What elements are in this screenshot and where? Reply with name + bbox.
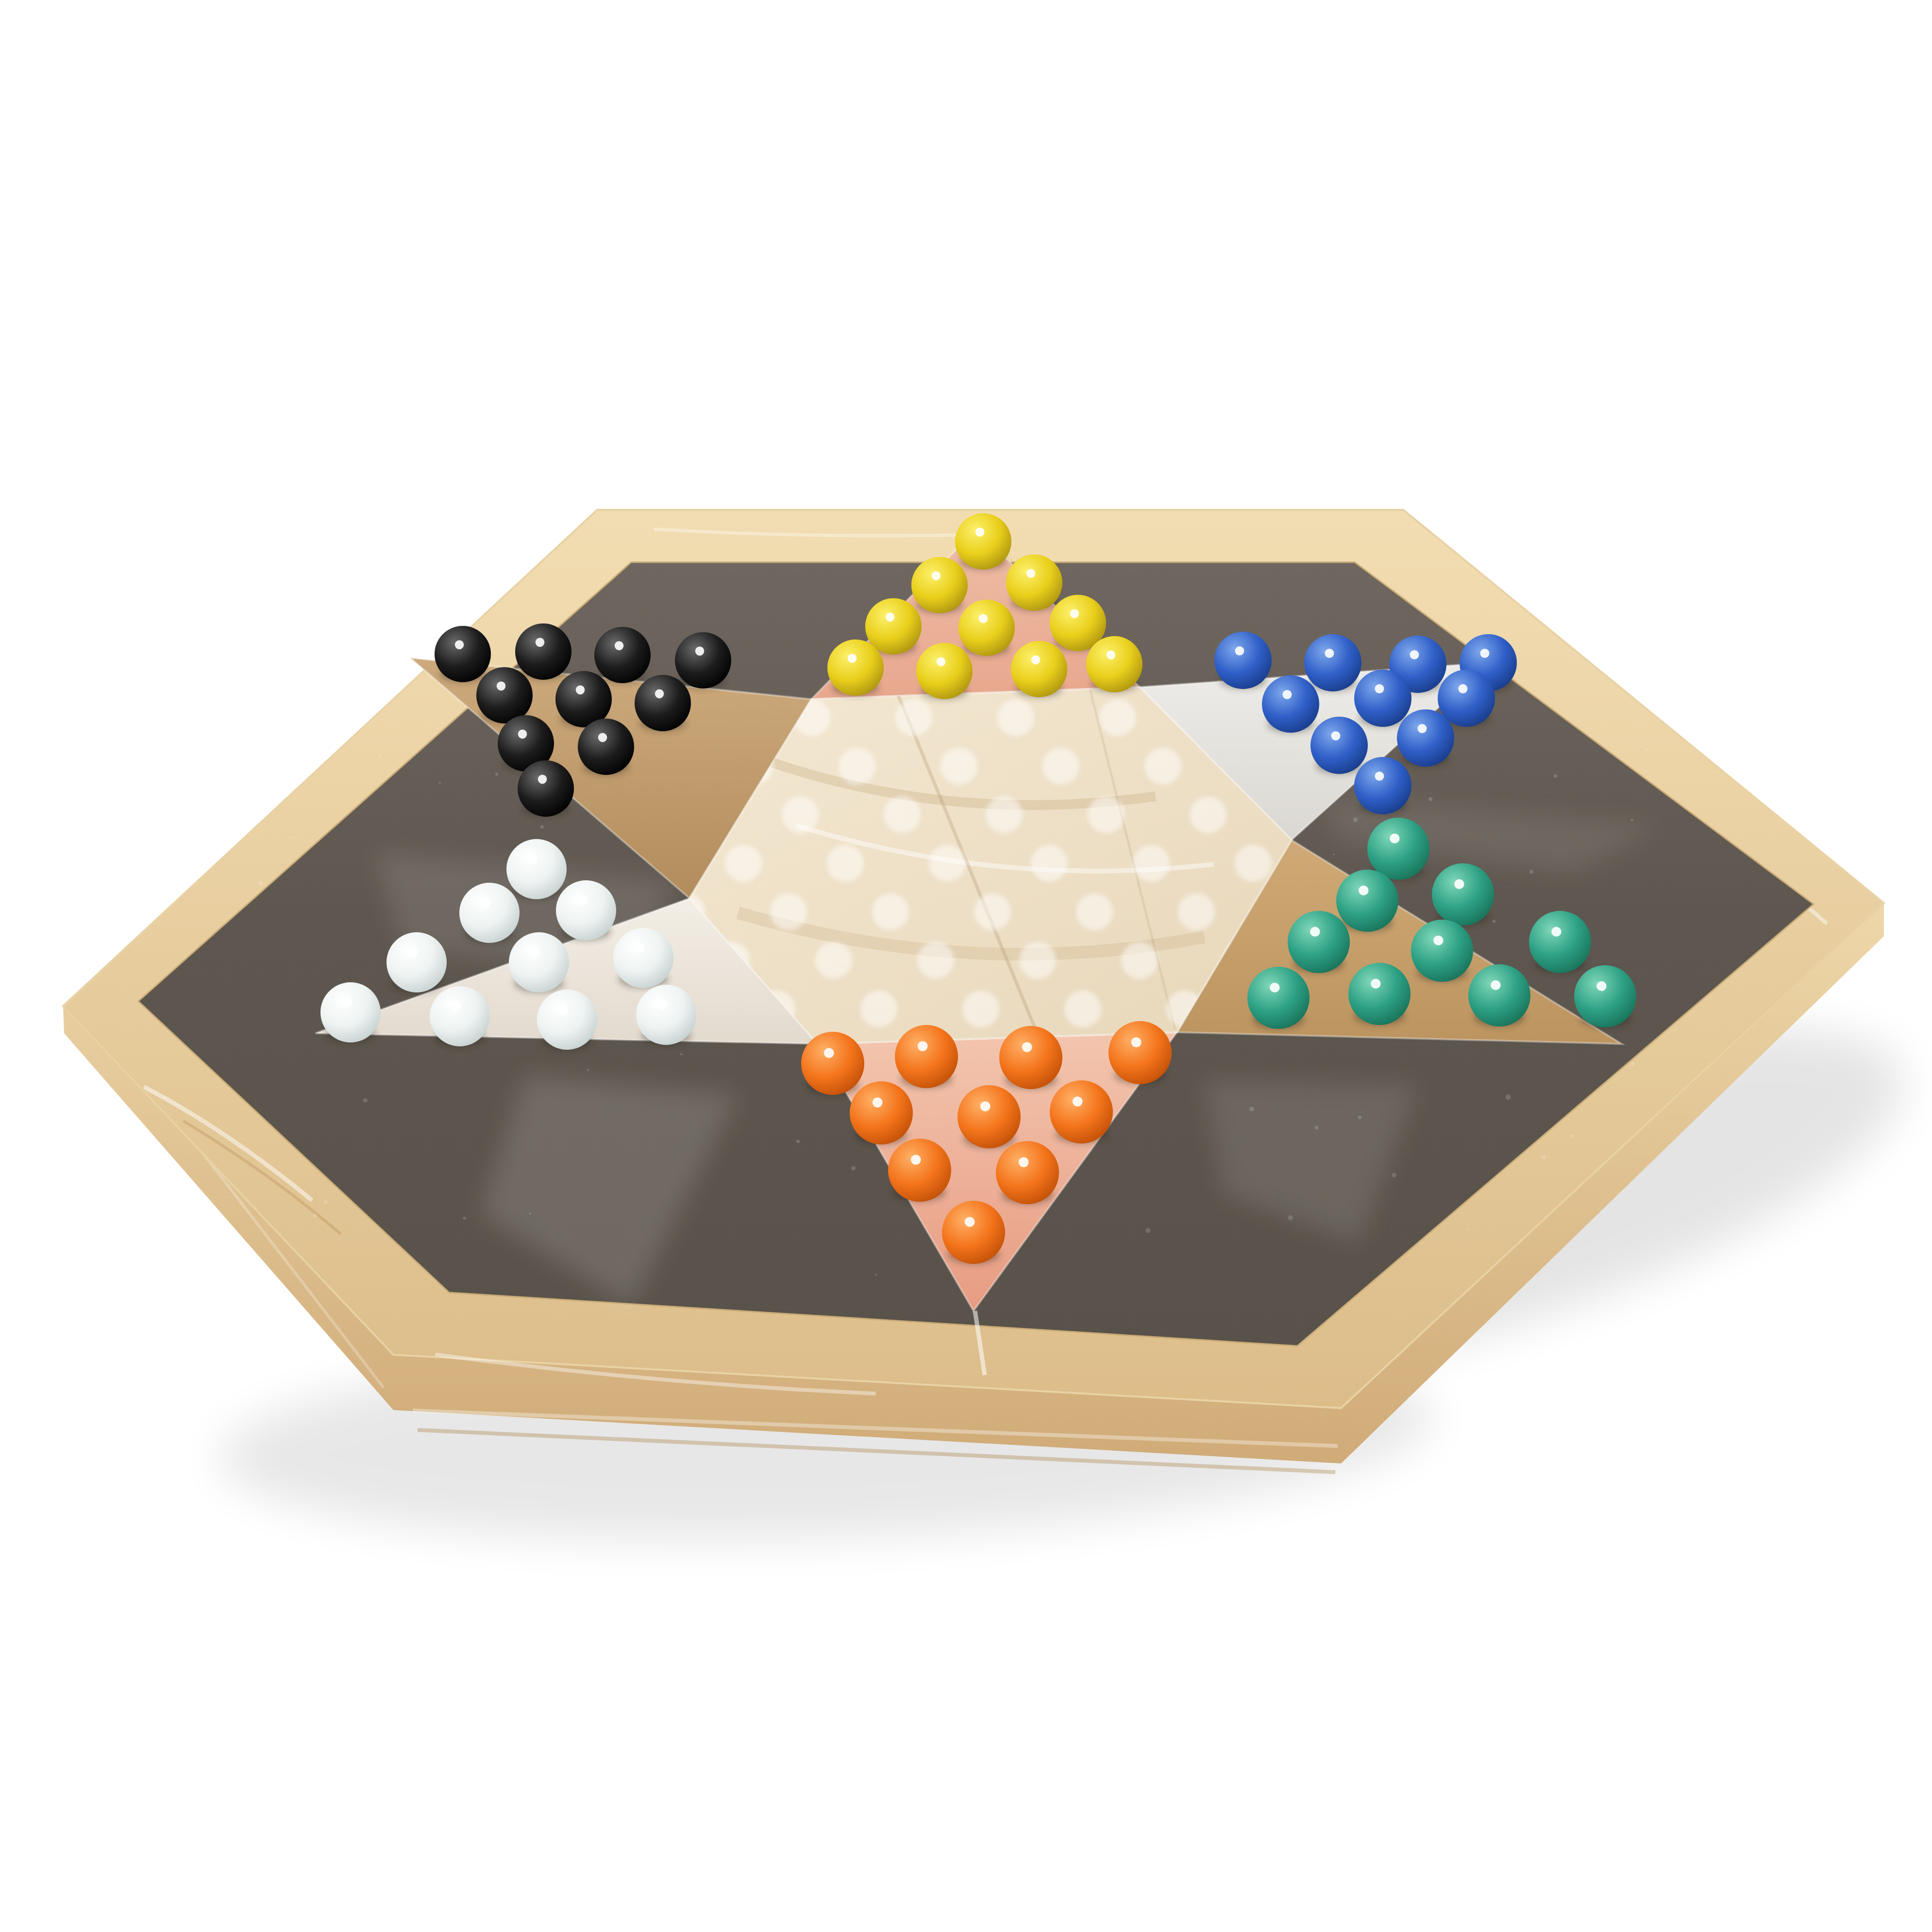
marble-highlight-green-10 [1596,981,1606,991]
marble-highlight-black-3 [615,641,624,651]
marble-yellow-2[interactable] [911,557,968,613]
hole-dot [884,796,921,833]
granite-speck [1631,1062,1635,1066]
marble-highlight-blue-4 [1480,649,1489,658]
granite-speck [258,881,263,886]
granite-speck [363,1098,368,1103]
marble-highlight-orange-10 [965,1217,975,1227]
hole-dot [1144,748,1181,785]
hole-dot [1099,699,1136,736]
marble-highlight-yellow-2 [932,571,941,581]
marble-highlight-yellow-10 [1107,651,1116,660]
marble-orange-3[interactable] [999,1026,1062,1089]
marble-white-7[interactable] [320,982,381,1042]
granite-speck [313,1214,317,1217]
marble-highlight-black-2 [536,638,545,647]
marble-highlight-yellow-8 [937,657,946,667]
marble-highlight-white-10 [658,1000,668,1010]
marble-highlight-orange-5 [873,1097,883,1108]
marble-blue-5[interactable] [1262,675,1319,733]
hole-dot [929,845,966,882]
marble-white-4[interactable] [386,932,447,992]
marble-white-3[interactable] [556,880,616,941]
granite-speck [1428,797,1432,801]
marble-highlight-white-6 [635,943,645,953]
marble-highlight-green-8 [1371,979,1380,989]
marble-orange-4[interactable] [1109,1021,1172,1084]
marble-orange-2[interactable] [895,1025,958,1088]
marble-highlight-yellow-7 [848,654,857,663]
marble-yellow-4[interactable] [865,598,922,655]
hole-dot [839,748,875,785]
marble-highlight-blue-10 [1375,772,1384,781]
board-photo [0,0,1932,1932]
marble-green-9[interactable] [1468,964,1530,1026]
marble-highlight-orange-1 [824,1048,834,1058]
marble-green-5[interactable] [1411,920,1473,982]
marble-highlight-yellow-4 [886,613,895,622]
granite-speck [1554,774,1557,777]
marble-highlight-white-7 [342,998,352,1008]
marble-yellow-10[interactable] [1086,636,1142,692]
granite-speck [587,1069,589,1071]
hole-dot [1088,796,1125,833]
marble-blue-10[interactable] [1354,757,1411,814]
marble-highlight-green-4 [1310,927,1320,937]
granite-speck [1493,920,1495,923]
marble-white-2[interactable] [459,883,520,943]
marble-black-5[interactable] [476,667,533,723]
granite-speck [495,773,498,775]
granite-speck [874,1274,877,1276]
marble-yellow-3[interactable] [1006,554,1062,611]
marble-highlight-green-2 [1359,886,1368,895]
marble-yellow-9[interactable] [1011,641,1067,697]
hole-dot [1235,845,1272,882]
granite-speck [1570,1134,1574,1138]
granite-speck [1506,1094,1511,1100]
marble-highlight-yellow-5 [979,614,988,623]
granite-speck [286,648,288,650]
marble-orange-9[interactable] [996,1141,1059,1204]
marble-highlight-white-4 [408,948,418,958]
marble-yellow-7[interactable] [827,639,884,696]
marble-highlight-orange-6 [980,1101,991,1111]
marble-green-3[interactable] [1432,863,1494,925]
marble-highlight-yellow-9 [1031,655,1041,665]
marble-highlight-yellow-3 [1026,569,1036,578]
hole-dot [827,845,864,882]
hole-dot [872,893,909,930]
marble-blue-6[interactable] [1354,670,1411,727]
hole-dot [1064,991,1101,1027]
marble-white-1[interactable] [506,839,567,899]
marble-orange-10[interactable] [942,1201,1005,1264]
granite-speck [1392,1173,1396,1177]
marble-highlight-green-7 [1270,983,1279,992]
marble-highlight-black-5 [497,682,506,691]
marble-green-2[interactable] [1336,870,1398,932]
granite-speck [1529,870,1533,874]
marble-highlight-green-3 [1454,879,1464,889]
marble-highlight-orange-8 [911,1155,921,1165]
marble-black-9[interactable] [578,719,634,775]
marble-yellow-1[interactable] [955,513,1011,570]
hole-dot [917,942,954,979]
hole-dot [895,699,932,736]
hole-dot [1019,942,1056,979]
marble-blue-9[interactable] [1397,709,1454,767]
marble-orange-8[interactable] [888,1139,951,1202]
marble-highlight-green-6 [1551,927,1561,937]
marble-white-10[interactable] [636,985,696,1045]
hole-dot [1076,893,1113,930]
hole-dot [815,942,852,979]
marble-white-6[interactable] [613,928,673,988]
marble-orange-1[interactable] [801,1032,864,1095]
marble-highlight-black-10 [538,775,547,784]
granite-speck [323,1200,328,1205]
marble-orange-5[interactable] [850,1081,913,1144]
granite-speck [438,781,441,784]
hole-dot [1121,942,1158,979]
granite-speck [292,836,295,839]
marble-highlight-blue-1 [1235,646,1244,655]
marble-black-2[interactable] [515,623,571,680]
granite-speck [680,1053,683,1056]
marble-highlight-orange-2 [918,1041,928,1051]
hole-dot [770,893,807,930]
marble-orange-7[interactable] [1050,1080,1113,1143]
marble-highlight-blue-6 [1375,684,1384,693]
granite-speck [1145,1228,1150,1233]
marble-highlight-white-9 [559,1005,569,1015]
hole-dot [1031,845,1068,882]
marble-highlight-green-1 [1390,834,1399,843]
granite-speck [310,697,315,702]
granite-speck [1631,819,1633,821]
marble-highlight-orange-3 [1022,1042,1032,1052]
marble-highlight-white-3 [578,896,588,906]
granite-speck [241,797,245,802]
granite-speck [1639,645,1643,649]
hole-dot [941,748,977,785]
marble-highlight-white-1 [528,855,538,864]
marble-blue-8[interactable] [1310,717,1368,774]
marble-green-4[interactable] [1288,911,1350,973]
marble-blue-2[interactable] [1304,634,1361,691]
marble-highlight-blue-3 [1410,650,1419,659]
hole-dot [986,796,1023,833]
hole-dot [1133,845,1170,882]
marble-highlight-green-5 [1433,936,1443,945]
marble-green-7[interactable] [1247,967,1310,1029]
hole-dot [1190,796,1226,833]
granite-speck [325,682,328,685]
marble-blue-1[interactable] [1214,632,1272,689]
granite-speck [463,1217,466,1220]
marble-green-6[interactable] [1529,911,1591,973]
marble-highlight-blue-8 [1331,731,1340,740]
hole-dot [962,991,999,1027]
granite-speck [1466,1228,1469,1230]
marble-highlight-yellow-6 [1070,609,1079,619]
marble-green-8[interactable] [1348,963,1411,1025]
marble-highlight-yellow-1 [975,528,985,537]
marble-highlight-black-8 [518,730,527,739]
marble-highlight-white-8 [452,1002,461,1011]
marble-highlight-white-5 [531,948,540,958]
hole-dot [782,796,819,833]
marble-highlight-blue-5 [1282,690,1292,699]
hole-dot [1042,748,1079,785]
marble-highlight-orange-7 [1073,1096,1083,1107]
granite-speck [796,1140,800,1143]
marble-black-10[interactable] [518,760,574,817]
marble-highlight-orange-4 [1131,1037,1142,1047]
marble-highlight-black-7 [655,689,664,699]
marble-highlight-green-9 [1491,980,1500,990]
chinese-checkers-board [0,0,1932,1932]
marble-black-4[interactable] [675,632,731,689]
granite-speck [283,654,287,658]
marble-white-5[interactable] [509,932,569,992]
marble-white-9[interactable] [537,990,597,1050]
granite-speck [1542,1155,1546,1159]
hole-dot [974,893,1011,930]
hole-dot [997,699,1034,736]
marble-white-8[interactable] [430,986,490,1046]
marble-highlight-blue-9 [1417,724,1427,733]
marble-green-10[interactable] [1574,965,1636,1027]
marble-highlight-black-9 [598,733,607,742]
marble-highlight-blue-7 [1458,684,1467,693]
marble-orange-6[interactable] [958,1085,1021,1148]
marble-yellow-8[interactable] [916,643,973,699]
granite-speck [540,825,544,828]
marble-highlight-black-1 [455,640,464,650]
marble-highlight-white-2 [481,898,491,908]
granite-speck [379,755,381,756]
hole-dot [725,845,762,882]
granite-speck [1333,854,1335,856]
marble-highlight-orange-9 [1019,1157,1029,1167]
marble-highlight-black-4 [695,647,705,656]
marble-black-3[interactable] [594,627,651,683]
marble-yellow-5[interactable] [958,600,1015,656]
hole-dot [1178,893,1215,930]
hole-dot [860,991,897,1027]
marble-highlight-blue-2 [1325,649,1334,658]
marble-black-1[interactable] [435,626,491,682]
marble-green-1[interactable] [1367,818,1429,880]
granite-speck [851,1166,856,1170]
granite-speck [1646,748,1648,751]
marble-highlight-black-6 [576,686,585,695]
marble-black-7[interactable] [635,675,691,731]
